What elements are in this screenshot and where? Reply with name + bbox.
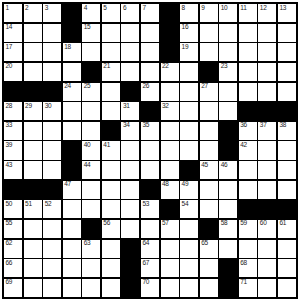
white-cell[interactable]: 48 [161,181,179,199]
white-cell[interactable]: 23 [219,63,237,81]
clue-number: 8 [182,5,185,12]
white-cell[interactable]: 32 [161,102,179,120]
white-cell[interactable] [121,141,139,159]
white-cell[interactable]: 14 [4,24,22,42]
clue-number: 1 [6,5,9,12]
white-cell[interactable] [219,43,237,61]
clue-number: 68 [240,260,247,267]
white-cell[interactable]: 33 [4,122,22,140]
white-cell[interactable]: 37 [258,122,276,140]
white-cell[interactable]: 54 [180,200,198,218]
white-cell[interactable] [258,141,276,159]
white-cell[interactable]: 24 [63,83,81,101]
black-cell [63,141,81,159]
white-cell[interactable]: 9 [200,4,218,22]
white-cell[interactable] [258,259,276,277]
clue-number: 3 [45,5,48,12]
white-cell[interactable] [24,279,42,297]
crossword-grid: 1234567891011121314151617181920212223242… [2,2,298,299]
white-cell[interactable]: 11 [239,4,257,22]
white-cell[interactable] [82,43,100,61]
clue-number: 54 [182,201,189,208]
white-cell[interactable] [102,181,120,199]
white-cell[interactable] [161,141,179,159]
black-cell [219,279,237,297]
white-cell[interactable]: 38 [278,122,296,140]
white-cell[interactable]: 49 [180,181,198,199]
white-cell[interactable] [180,279,198,297]
clue-number: 41 [103,142,110,149]
white-cell[interactable] [278,141,296,159]
black-cell [278,200,296,218]
white-cell[interactable]: 4 [82,4,100,22]
clue-number: 43 [6,162,13,169]
black-cell [63,24,81,42]
white-cell[interactable] [239,24,257,42]
white-cell[interactable] [102,83,120,101]
white-cell[interactable]: 12 [258,4,276,22]
white-cell[interactable] [63,200,81,218]
white-cell[interactable] [82,200,100,218]
clue-number: 11 [240,5,246,12]
white-cell[interactable]: 65 [200,240,218,258]
white-cell[interactable] [161,161,179,179]
clue-number: 29 [25,103,32,110]
clue-number: 25 [84,83,91,90]
clue-number: 61 [279,220,286,227]
white-cell[interactable]: 19 [180,43,198,61]
white-cell[interactable] [82,102,100,120]
white-cell[interactable]: 25 [82,83,100,101]
clue-number: 32 [162,103,169,110]
clue-number: 12 [260,5,267,12]
white-cell[interactable]: 45 [200,161,218,179]
white-cell[interactable] [102,43,120,61]
white-cell[interactable]: 68 [239,259,257,277]
white-cell[interactable] [239,240,257,258]
clue-number: 70 [142,279,149,286]
white-cell[interactable] [278,24,296,42]
black-cell [121,83,139,101]
white-cell[interactable] [141,141,159,159]
clue-number: 15 [84,24,91,31]
clue-number: 9 [201,5,204,12]
white-cell[interactable]: 63 [82,240,100,258]
white-cell[interactable] [102,102,120,120]
white-cell[interactable] [121,161,139,179]
black-cell [141,181,159,199]
white-cell[interactable]: 57 [161,220,179,238]
white-cell[interactable]: 64 [141,240,159,258]
black-cell [43,181,61,199]
white-cell[interactable]: 7 [141,4,159,22]
black-cell [4,83,22,101]
white-cell[interactable] [141,161,159,179]
white-cell[interactable] [82,279,100,297]
white-cell[interactable] [121,43,139,61]
white-cell[interactable] [24,220,42,238]
white-cell[interactable] [43,220,61,238]
clue-number: 28 [6,103,13,110]
white-cell[interactable] [258,83,276,101]
clue-number: 7 [142,5,145,12]
white-cell[interactable] [180,83,198,101]
white-cell[interactable] [278,259,296,277]
white-cell[interactable] [239,83,257,101]
black-cell [63,4,81,22]
white-cell[interactable]: 50 [4,200,22,218]
clue-number: 58 [221,220,228,227]
white-cell[interactable] [180,122,198,140]
clue-number: 34 [123,122,130,129]
clue-number: 27 [201,83,208,90]
white-cell[interactable] [200,43,218,61]
clue-number: 16 [182,24,189,31]
black-cell [24,181,42,199]
white-cell[interactable] [258,63,276,81]
white-cell[interactable] [63,220,81,238]
white-cell[interactable]: 44 [82,161,100,179]
clue-number: 37 [260,122,267,129]
black-cell [258,200,276,218]
clue-number: 36 [240,122,247,129]
white-cell[interactable] [239,161,257,179]
white-cell[interactable] [180,141,198,159]
clue-number: 20 [6,63,13,70]
clue-number: 6 [123,5,126,12]
black-cell [82,220,100,238]
white-cell[interactable] [258,279,276,297]
clue-number: 44 [84,162,91,169]
white-cell[interactable] [219,24,237,42]
white-cell[interactable] [258,24,276,42]
white-cell[interactable] [24,24,42,42]
white-cell[interactable] [121,220,139,238]
white-cell[interactable] [43,24,61,42]
white-cell[interactable]: 55 [4,220,22,238]
black-cell [43,83,61,101]
black-cell [239,200,257,218]
white-cell[interactable] [161,122,179,140]
clue-number: 10 [221,5,228,12]
white-cell[interactable]: 35 [141,122,159,140]
clue-number: 45 [201,162,208,169]
white-cell[interactable] [24,240,42,258]
white-cell[interactable]: 58 [219,220,237,238]
clue-number: 48 [162,181,169,188]
clue-number: 47 [64,181,71,188]
white-cell[interactable] [258,43,276,61]
white-cell[interactable]: 1 [4,4,22,22]
clue-number: 59 [240,220,247,227]
clue-number: 17 [6,44,13,51]
white-cell[interactable]: 42 [239,141,257,159]
white-cell[interactable]: 26 [141,83,159,101]
black-cell [161,24,179,42]
white-cell[interactable] [43,63,61,81]
white-cell[interactable] [258,181,276,199]
white-cell[interactable] [82,181,100,199]
white-cell[interactable] [43,43,61,61]
white-cell[interactable] [180,240,198,258]
black-cell [219,141,237,159]
white-cell[interactable]: 17 [4,43,22,61]
clue-number: 5 [103,5,106,12]
white-cell[interactable] [200,24,218,42]
clue-number: 35 [142,122,149,129]
white-cell[interactable] [63,279,81,297]
white-cell[interactable]: 66 [4,259,22,277]
white-cell[interactable]: 69 [4,279,22,297]
white-cell[interactable] [258,240,276,258]
white-cell[interactable] [200,141,218,159]
clue-number: 14 [6,24,13,31]
white-cell[interactable] [102,259,120,277]
white-cell[interactable] [278,279,296,297]
white-cell[interactable] [161,279,179,297]
white-cell[interactable] [200,279,218,297]
clue-number: 67 [142,260,149,267]
white-cell[interactable] [219,102,237,120]
clue-number: 26 [142,83,149,90]
white-cell[interactable]: 3 [43,4,61,22]
clue-number: 60 [260,220,267,227]
clue-number: 66 [6,260,13,267]
white-cell[interactable]: 15 [82,24,100,42]
white-cell[interactable] [24,259,42,277]
white-cell[interactable] [43,141,61,159]
white-cell[interactable]: 10 [219,4,237,22]
white-cell[interactable] [102,279,120,297]
white-cell[interactable] [121,24,139,42]
clue-number: 71 [240,279,247,286]
white-cell[interactable] [82,259,100,277]
white-cell[interactable] [239,43,257,61]
white-cell[interactable]: 29 [24,102,42,120]
white-cell[interactable] [219,240,237,258]
white-cell[interactable] [43,259,61,277]
black-cell [121,259,139,277]
black-cell [180,161,198,179]
white-cell[interactable] [43,161,61,179]
white-cell[interactable] [82,122,100,140]
white-cell[interactable]: 31 [121,102,139,120]
clue-number: 65 [201,240,208,247]
white-cell[interactable]: 60 [258,220,276,238]
white-cell[interactable] [219,200,237,218]
white-cell[interactable]: 6 [121,4,139,22]
clue-number: 69 [6,279,13,286]
white-cell[interactable] [278,43,296,61]
white-cell[interactable]: 28 [4,102,22,120]
white-cell[interactable]: 46 [219,161,237,179]
white-cell[interactable] [121,63,139,81]
white-cell[interactable]: 36 [239,122,257,140]
clue-number: 57 [162,220,169,227]
white-cell[interactable] [200,259,218,277]
white-cell[interactable] [24,122,42,140]
white-cell[interactable] [278,63,296,81]
white-cell[interactable] [278,161,296,179]
white-cell[interactable]: 22 [161,63,179,81]
black-cell [121,279,139,297]
white-cell[interactable]: 30 [43,102,61,120]
clue-number: 22 [162,63,169,70]
white-cell[interactable] [239,181,257,199]
black-cell [161,200,179,218]
white-cell[interactable]: 40 [82,141,100,159]
clue-number: 24 [64,83,71,90]
white-cell[interactable] [24,161,42,179]
black-cell [82,63,100,81]
white-cell[interactable] [219,83,237,101]
black-cell [141,102,159,120]
white-cell[interactable] [141,220,159,238]
black-cell [161,43,179,61]
white-cell[interactable] [43,240,61,258]
clue-number: 39 [6,142,13,149]
white-cell[interactable] [161,83,179,101]
clue-number: 23 [221,63,228,70]
white-cell[interactable] [24,43,42,61]
clue-number: 52 [45,201,52,208]
white-cell[interactable] [102,200,120,218]
white-cell[interactable]: 47 [63,181,81,199]
clue-number: 4 [84,5,87,12]
white-cell[interactable]: 71 [239,279,257,297]
black-cell [4,181,22,199]
clue-number: 50 [6,201,13,208]
white-cell[interactable] [200,200,218,218]
white-cell[interactable]: 41 [102,141,120,159]
white-cell[interactable] [180,220,198,238]
white-cell[interactable] [278,240,296,258]
clue-number: 53 [142,201,149,208]
white-cell[interactable] [141,63,159,81]
white-cell[interactable] [63,240,81,258]
clue-number: 18 [64,44,71,51]
white-cell[interactable] [102,240,120,258]
white-cell[interactable]: 52 [43,200,61,218]
white-cell[interactable] [161,259,179,277]
clue-number: 30 [45,103,52,110]
white-cell[interactable] [102,24,120,42]
clue-number: 2 [25,5,28,12]
white-cell[interactable]: 20 [4,63,22,81]
white-cell[interactable] [43,279,61,297]
white-cell[interactable] [141,24,159,42]
white-cell[interactable] [180,63,198,81]
black-cell [102,122,120,140]
clue-number: 49 [182,181,189,188]
clue-number: 38 [279,122,286,129]
white-cell[interactable]: 16 [180,24,198,42]
white-cell[interactable] [43,122,61,140]
white-cell[interactable] [63,259,81,277]
white-cell[interactable] [278,83,296,101]
black-cell [258,102,276,120]
white-cell[interactable] [24,141,42,159]
white-cell[interactable] [161,240,179,258]
clue-number: 62 [6,240,13,247]
white-cell[interactable]: 43 [4,161,22,179]
white-cell[interactable] [278,181,296,199]
white-cell[interactable]: 39 [4,141,22,159]
black-cell [219,122,237,140]
white-cell[interactable]: 61 [278,220,296,238]
black-cell [200,220,218,238]
white-cell[interactable]: 53 [141,200,159,218]
clue-number: 40 [84,142,91,149]
clue-number: 46 [221,162,228,169]
white-cell[interactable] [239,63,257,81]
white-cell[interactable] [121,181,139,199]
white-cell[interactable] [258,161,276,179]
white-cell[interactable]: 21 [102,63,120,81]
clue-number: 63 [84,240,91,247]
clue-number: 55 [6,220,13,227]
white-cell[interactable]: 5 [102,4,120,22]
white-cell[interactable] [219,181,237,199]
white-cell[interactable]: 62 [4,240,22,258]
white-cell[interactable] [63,63,81,81]
white-cell[interactable]: 51 [24,200,42,218]
black-cell [63,161,81,179]
clue-number: 64 [142,240,149,247]
white-cell[interactable] [141,43,159,61]
white-cell[interactable]: 67 [141,259,159,277]
white-cell[interactable]: 70 [141,279,159,297]
clue-number: 42 [240,142,247,149]
white-cell[interactable]: 18 [63,43,81,61]
clue-number: 56 [103,220,110,227]
white-cell[interactable]: 27 [200,83,218,101]
white-cell[interactable] [200,122,218,140]
white-cell[interactable]: 2 [24,4,42,22]
black-cell [24,83,42,101]
clue-number: 19 [182,44,189,51]
black-cell [278,102,296,120]
clue-number: 33 [6,122,13,129]
black-cell [239,102,257,120]
clue-number: 31 [123,103,130,110]
white-cell[interactable] [180,259,198,277]
white-cell[interactable]: 56 [102,220,120,238]
white-cell[interactable] [24,63,42,81]
white-cell[interactable] [121,200,139,218]
white-cell[interactable] [102,161,120,179]
white-cell[interactable]: 34 [121,122,139,140]
white-cell[interactable]: 8 [180,4,198,22]
black-cell [219,259,237,277]
black-cell [161,4,179,22]
white-cell[interactable]: 13 [278,4,296,22]
clue-number: 13 [279,5,286,12]
black-cell [200,63,218,81]
clue-number: 21 [103,63,110,70]
clue-number: 51 [25,201,32,208]
black-cell [121,240,139,258]
white-cell[interactable]: 59 [239,220,257,238]
white-cell[interactable] [180,102,198,120]
white-cell[interactable] [200,181,218,199]
white-cell[interactable] [63,122,81,140]
white-cell[interactable] [63,102,81,120]
white-cell[interactable] [200,102,218,120]
